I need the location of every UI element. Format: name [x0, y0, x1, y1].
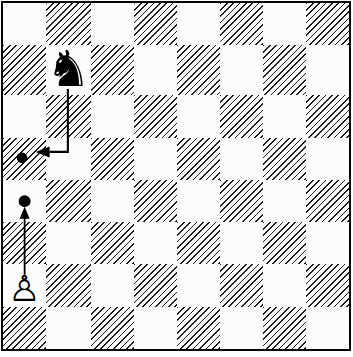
square-f6[interactable]: [220, 95, 263, 137]
square-b2[interactable]: [46, 264, 91, 306]
square-h4[interactable]: [306, 180, 349, 222]
square-e4[interactable]: [177, 180, 220, 222]
square-f7[interactable]: [220, 45, 263, 95]
square-a4[interactable]: [3, 180, 46, 222]
square-g6[interactable]: [263, 95, 306, 137]
square-h7[interactable]: [306, 45, 349, 95]
square-a2[interactable]: ♙: [3, 264, 46, 306]
chess-move-diagram: ♞♙: [0, 0, 353, 357]
square-h2[interactable]: [306, 264, 349, 306]
square-h1[interactable]: [306, 307, 349, 349]
square-b3[interactable]: [46, 222, 91, 264]
square-b1[interactable]: [46, 307, 91, 349]
square-b7[interactable]: ♞: [46, 45, 91, 95]
square-f2[interactable]: [220, 264, 263, 306]
square-g7[interactable]: [263, 45, 306, 95]
square-d4[interactable]: [134, 180, 177, 222]
square-c7[interactable]: [91, 45, 134, 95]
square-h3[interactable]: [306, 222, 349, 264]
square-g2[interactable]: [263, 264, 306, 306]
square-h8[interactable]: [306, 3, 349, 45]
square-e7[interactable]: [177, 45, 220, 95]
square-f5[interactable]: [220, 138, 263, 180]
square-d2[interactable]: [134, 264, 177, 306]
square-e2[interactable]: [177, 264, 220, 306]
square-d3[interactable]: [134, 222, 177, 264]
square-f1[interactable]: [220, 307, 263, 349]
square-b8[interactable]: [46, 3, 91, 45]
square-f4[interactable]: [220, 180, 263, 222]
square-f3[interactable]: [220, 222, 263, 264]
square-a3[interactable]: [3, 222, 46, 264]
square-c8[interactable]: [91, 3, 134, 45]
square-g8[interactable]: [263, 3, 306, 45]
square-a6[interactable]: [3, 95, 46, 137]
square-g1[interactable]: [263, 307, 306, 349]
square-f8[interactable]: [220, 3, 263, 45]
square-b4[interactable]: [46, 180, 91, 222]
square-c4[interactable]: [91, 180, 134, 222]
square-c5[interactable]: [91, 138, 134, 180]
square-c1[interactable]: [91, 307, 134, 349]
square-e1[interactable]: [177, 307, 220, 349]
square-e6[interactable]: [177, 95, 220, 137]
square-a1[interactable]: [3, 307, 46, 349]
square-d1[interactable]: [134, 307, 177, 349]
square-e8[interactable]: [177, 3, 220, 45]
square-g5[interactable]: [263, 138, 306, 180]
square-a8[interactable]: [3, 3, 46, 45]
square-a5[interactable]: [3, 138, 46, 180]
white-pawn: ♙: [8, 271, 40, 307]
square-g3[interactable]: [263, 222, 306, 264]
black-knight: ♞: [46, 44, 91, 94]
square-d5[interactable]: [134, 138, 177, 180]
square-b6[interactable]: [46, 95, 91, 137]
square-d8[interactable]: [134, 3, 177, 45]
square-a7[interactable]: [3, 45, 46, 95]
square-e3[interactable]: [177, 222, 220, 264]
square-h6[interactable]: [306, 95, 349, 137]
square-c6[interactable]: [91, 95, 134, 137]
chess-board: ♞♙: [1, 1, 351, 351]
square-c2[interactable]: [91, 264, 134, 306]
square-c3[interactable]: [91, 222, 134, 264]
square-d7[interactable]: [134, 45, 177, 95]
square-b5[interactable]: [46, 138, 91, 180]
square-h5[interactable]: [306, 138, 349, 180]
square-g4[interactable]: [263, 180, 306, 222]
square-d6[interactable]: [134, 95, 177, 137]
square-e5[interactable]: [177, 138, 220, 180]
